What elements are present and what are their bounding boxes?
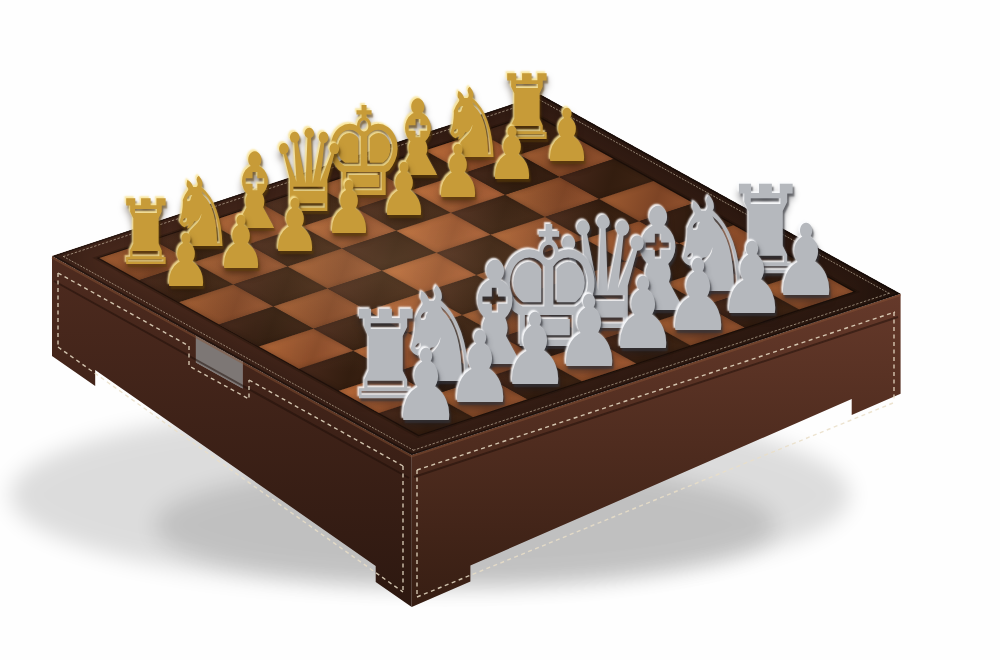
chess-set-photo: ♜♞♝♚♛♝♞♜♟♟♟♟♟♟♟♟♜♞♝♛♚♝♞♜♟♟♟♟♟♟♟♟ [0, 0, 1000, 660]
